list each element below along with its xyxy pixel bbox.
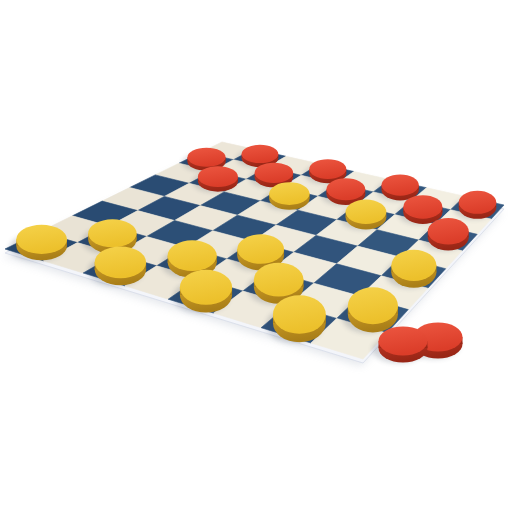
piece-top (95, 246, 146, 278)
piece-top (391, 250, 436, 281)
piece-top (255, 163, 293, 183)
piece-top (428, 218, 469, 244)
piece-top (198, 166, 238, 187)
piece-top (180, 270, 232, 305)
piece-top (346, 200, 387, 224)
piece-top (254, 263, 304, 297)
product-render-stage (0, 0, 512, 512)
piece-top (459, 191, 496, 214)
piece-top (348, 287, 398, 324)
piece-top (326, 178, 365, 200)
piece-top (237, 234, 284, 263)
checkers-board-scene (0, 0, 512, 512)
piece-top (269, 182, 309, 205)
piece-top (168, 240, 217, 271)
piece-top (187, 148, 225, 167)
piece-top (382, 175, 419, 196)
piece-top (16, 225, 67, 254)
piece-top (273, 295, 326, 334)
piece-top (309, 159, 346, 179)
piece-top (88, 219, 136, 247)
piece-top (403, 195, 442, 219)
piece-top (379, 327, 428, 356)
piece-top (242, 145, 279, 163)
piece-yellow-r7c0[interactable] (10, 225, 67, 261)
